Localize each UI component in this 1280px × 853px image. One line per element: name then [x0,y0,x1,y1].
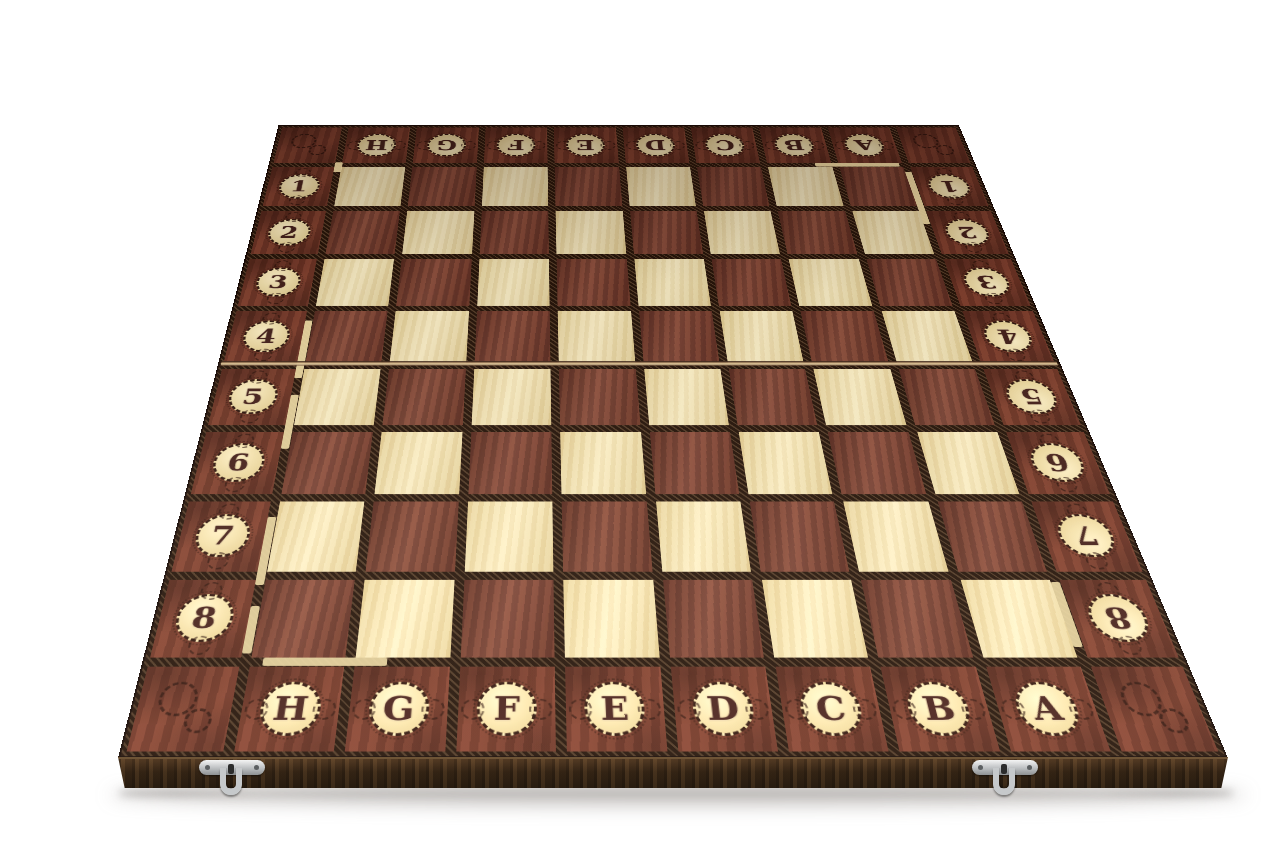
scroll-ornament-icon [143,678,224,739]
square-g7[interactable] [366,502,459,572]
rank-label-left-7: 7 [172,502,271,572]
square-b3[interactable] [789,259,872,306]
rank-medallion: 7 [1051,514,1121,557]
square-b5[interactable] [813,369,906,426]
square-c1[interactable] [697,167,770,207]
rank-medallion: 1 [276,174,322,198]
latch-left [199,753,265,803]
square-e7[interactable] [562,502,652,572]
square-e1[interactable] [555,167,622,207]
chess-board: HGFEDCBA1122334455667788HGFEDCBA [118,125,1228,758]
square-c5[interactable] [729,369,818,426]
square-a6[interactable] [917,432,1020,495]
rank-label-left-4: 4 [224,311,307,362]
square-f2[interactable] [480,211,549,254]
square-f5[interactable] [471,369,551,426]
rank-medallion: 2 [265,219,313,246]
square-d3[interactable] [634,259,711,306]
corner-ornament-top-left [273,128,341,163]
square-g6[interactable] [375,432,463,495]
square-h6[interactable] [281,432,373,495]
square-b6[interactable] [828,432,926,495]
file-label-bottom-e: E [565,667,667,752]
square-f8[interactable] [460,579,554,657]
square-b8[interactable] [861,579,973,657]
rank-label-left-5: 5 [208,369,296,426]
rank-label-right-6: 6 [1006,432,1110,495]
wood-inlay-accent [815,163,900,167]
corner-ornament-bottom-right [1091,667,1218,752]
file-label-top-c: C [691,128,760,163]
square-a3[interactable] [866,259,952,306]
square-e5[interactable] [559,369,640,426]
board-side-edge [118,757,1228,788]
file-label-bottom-d: D [670,667,778,752]
file-medallion: E [584,681,647,735]
square-a4[interactable] [881,311,972,362]
corner-ornament-top-right [896,128,970,163]
file-medallion: C [796,681,866,735]
square-c8[interactable] [762,579,868,657]
square-e8[interactable] [563,579,659,657]
rank-medallion: 8 [170,594,237,642]
file-label-bottom-g: G [345,667,450,752]
latch-hook-icon [993,768,1015,795]
file-medallion: H [355,134,397,157]
file-label-top-e: E [554,128,619,163]
square-d4[interactable] [639,311,720,362]
square-c2[interactable] [704,211,780,254]
file-label-bottom-h: H [234,667,344,752]
rank-label-right-5: 5 [983,369,1081,426]
square-h8[interactable] [251,579,355,657]
square-b7[interactable] [843,502,948,572]
corner-ornament-bottom-left [127,667,240,752]
square-f1[interactable] [482,167,549,207]
file-medallion: E [566,134,606,157]
square-d1[interactable] [626,167,696,207]
rank-medallion: 5 [1000,379,1062,414]
square-c4[interactable] [720,311,804,362]
file-label-top-d: D [622,128,689,163]
rank-label-left-1: 1 [263,167,335,207]
square-h2[interactable] [325,211,400,254]
rank-medallion: 7 [190,514,253,557]
square-f6[interactable] [468,432,552,495]
square-g4[interactable] [390,311,469,362]
square-h5[interactable] [294,369,381,426]
square-g3[interactable] [397,259,472,306]
scroll-ornament-icon [906,132,960,157]
square-e6[interactable] [560,432,646,495]
square-b1[interactable] [768,167,843,207]
file-medallion: G [366,681,431,735]
square-g5[interactable] [383,369,466,426]
rank-label-right-4: 4 [962,311,1054,362]
latch-hook-icon [220,768,242,795]
fold-seam [221,361,1058,365]
square-d7[interactable] [656,502,751,572]
rank-medallion: 3 [959,268,1014,297]
square-c7[interactable] [750,502,850,572]
square-e3[interactable] [557,259,631,306]
square-d6[interactable] [649,432,739,495]
rank-label-left-2: 2 [251,211,326,254]
photo-scene: HGFEDCBA1122334455667788HGFEDCBA [0,0,1280,853]
square-c6[interactable] [739,432,833,495]
rank-medallion: 6 [1024,443,1090,482]
file-label-top-f: F [484,128,548,163]
square-b4[interactable] [801,311,889,362]
rank-medallion: 4 [239,321,292,353]
square-a7[interactable] [937,502,1046,572]
file-medallion: A [841,134,887,157]
scroll-ornament-icon [283,132,332,157]
square-a5[interactable] [898,369,995,426]
square-g8[interactable] [356,579,454,657]
rank-medallion: 6 [208,443,267,482]
file-medallion: D [690,681,757,735]
square-d2[interactable] [630,211,703,254]
rank-label-right-7: 7 [1031,502,1142,572]
board-shadow-core [120,788,1232,798]
file-medallion: B [772,134,817,157]
square-f7[interactable] [465,502,554,572]
latch-right [972,753,1038,803]
rank-label-right-2: 2 [926,211,1009,254]
rank-medallion: 2 [941,219,993,246]
file-medallion: B [902,681,976,735]
file-label-top-a: A [828,128,902,163]
square-b2[interactable] [778,211,857,254]
square-f4[interactable] [474,311,550,362]
square-d5[interactable] [644,369,729,426]
square-e4[interactable] [558,311,635,362]
square-g1[interactable] [408,167,477,207]
file-label-top-b: B [759,128,831,163]
file-label-top-g: G [413,128,479,163]
square-g2[interactable] [402,211,474,254]
file-medallion: G [426,134,467,157]
rank-medallion: 8 [1080,594,1156,642]
square-e2[interactable] [556,211,626,254]
file-medallion: A [1008,681,1086,735]
file-label-bottom-f: F [456,667,556,752]
file-medallion: C [704,134,747,157]
file-medallion: H [256,681,324,735]
square-h3[interactable] [316,259,394,306]
rank-label-left-6: 6 [191,432,284,495]
file-label-bottom-c: C [776,667,889,752]
rank-label-right-3: 3 [944,259,1031,306]
rank-label-left-3: 3 [238,259,317,306]
rank-medallion: 4 [979,321,1037,353]
file-medallion: F [496,134,535,157]
square-f3[interactable] [477,259,550,306]
file-medallion: D [635,134,676,157]
file-label-bottom-b: B [881,667,1000,752]
rank-label-left-8: 8 [150,579,256,657]
scroll-ornament-icon [1108,678,1200,739]
square-h1[interactable] [334,167,405,207]
file-label-bottom-a: A [986,667,1111,752]
square-h4[interactable] [306,311,388,362]
rank-medallion: 1 [924,174,974,198]
square-c3[interactable] [711,259,791,306]
square-d8[interactable] [663,579,764,657]
rank-medallion: 3 [253,268,303,297]
square-h7[interactable] [267,502,364,572]
file-medallion: F [476,681,537,735]
wood-inlay-accent [262,658,387,666]
rank-medallion: 5 [225,379,281,414]
file-label-top-h: H [342,128,410,163]
